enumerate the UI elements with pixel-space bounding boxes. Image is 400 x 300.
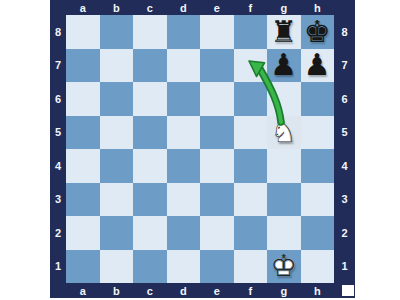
rank-label-8: 8: [50, 15, 66, 49]
square-h1[interactable]: [301, 250, 335, 284]
file-label-h: h: [301, 283, 335, 298]
rank-label-4: 4: [50, 149, 66, 183]
rank-label-7: 7: [50, 49, 66, 83]
rank-label-1: 1: [50, 250, 66, 284]
square-a3[interactable]: [66, 183, 100, 217]
square-c7[interactable]: [133, 49, 167, 83]
file-label-e: e: [200, 0, 234, 15]
square-g4[interactable]: [267, 149, 301, 183]
square-e5[interactable]: [200, 116, 234, 150]
square-g7[interactable]: ♟: [267, 49, 301, 83]
white-king[interactable]: ♚♔: [267, 250, 301, 284]
file-labels-bottom: abcdefgh: [66, 283, 334, 298]
rank-label-4: 4: [334, 149, 355, 183]
file-label-d: d: [167, 283, 201, 298]
file-label-c: c: [133, 283, 167, 298]
square-g3[interactable]: [267, 183, 301, 217]
square-e7[interactable]: [200, 49, 234, 83]
square-d2[interactable]: [167, 216, 201, 250]
file-label-c: c: [133, 0, 167, 15]
square-c3[interactable]: [133, 183, 167, 217]
square-c1[interactable]: [133, 250, 167, 284]
file-label-f: f: [234, 283, 268, 298]
square-d1[interactable]: [167, 250, 201, 284]
white-to-move-indicator: [342, 285, 354, 296]
rank-label-3: 3: [334, 183, 355, 217]
rank-label-6: 6: [334, 82, 355, 116]
square-c8[interactable]: [133, 15, 167, 49]
square-g1[interactable]: ♚♔: [267, 250, 301, 284]
square-a1[interactable]: [66, 250, 100, 284]
square-h8[interactable]: ♚: [301, 15, 335, 49]
file-label-e: e: [200, 283, 234, 298]
square-d3[interactable]: [167, 183, 201, 217]
rank-label-5: 5: [50, 116, 66, 150]
square-h5[interactable]: [301, 116, 335, 150]
file-label-f: f: [234, 0, 268, 15]
square-e4[interactable]: [200, 149, 234, 183]
square-c6[interactable]: [133, 82, 167, 116]
file-label-h: h: [301, 0, 335, 15]
square-d5[interactable]: [167, 116, 201, 150]
square-a2[interactable]: [66, 216, 100, 250]
square-c2[interactable]: [133, 216, 167, 250]
black-pawn[interactable]: ♟: [267, 49, 301, 83]
black-king[interactable]: ♚: [301, 15, 335, 49]
square-f8[interactable]: [234, 15, 268, 49]
square-e6[interactable]: [200, 82, 234, 116]
square-f1[interactable]: [234, 250, 268, 284]
rank-label-7: 7: [334, 49, 355, 83]
square-f5[interactable]: [234, 116, 268, 150]
square-f3[interactable]: [234, 183, 268, 217]
square-g8[interactable]: ♜: [267, 15, 301, 49]
rank-label-8: 8: [334, 15, 355, 49]
rank-label-5: 5: [334, 116, 355, 150]
square-a8[interactable]: [66, 15, 100, 49]
file-label-b: b: [100, 0, 134, 15]
square-a6[interactable]: [66, 82, 100, 116]
square-b5[interactable]: [100, 116, 134, 150]
square-d8[interactable]: [167, 15, 201, 49]
square-a5[interactable]: [66, 116, 100, 150]
black-rook[interactable]: ♜: [267, 15, 301, 49]
rank-label-2: 2: [50, 216, 66, 250]
file-label-d: d: [167, 0, 201, 15]
square-b1[interactable]: [100, 250, 134, 284]
square-h6[interactable]: [301, 82, 335, 116]
file-label-a: a: [66, 283, 100, 298]
square-f2[interactable]: [234, 216, 268, 250]
square-b6[interactable]: [100, 82, 134, 116]
square-h4[interactable]: [301, 149, 335, 183]
white-knight[interactable]: ♞♘: [267, 116, 301, 150]
square-b8[interactable]: [100, 15, 134, 49]
rank-labels-right: 87654321: [334, 15, 355, 283]
rank-label-6: 6: [50, 82, 66, 116]
black-pawn[interactable]: ♟: [301, 49, 335, 83]
square-g5[interactable]: ♞♘: [267, 116, 301, 150]
square-f6[interactable]: [234, 82, 268, 116]
square-b3[interactable]: [100, 183, 134, 217]
square-b2[interactable]: [100, 216, 134, 250]
square-b7[interactable]: [100, 49, 134, 83]
square-g2[interactable]: [267, 216, 301, 250]
square-e3[interactable]: [200, 183, 234, 217]
board-grid: ♜♚♟♟♞♘♚♔: [66, 15, 334, 283]
square-d4[interactable]: [167, 149, 201, 183]
square-a7[interactable]: [66, 49, 100, 83]
square-h3[interactable]: [301, 183, 335, 217]
square-f4[interactable]: [234, 149, 268, 183]
square-e8[interactable]: [200, 15, 234, 49]
file-label-a: a: [66, 0, 100, 15]
square-b4[interactable]: [100, 149, 134, 183]
square-e2[interactable]: [200, 216, 234, 250]
file-label-b: b: [100, 283, 134, 298]
chess-board: abcdefgh abcdefgh 87654321 87654321 ♜♚♟♟…: [50, 0, 355, 298]
square-c5[interactable]: [133, 116, 167, 150]
square-h2[interactable]: [301, 216, 335, 250]
square-h7[interactable]: ♟: [301, 49, 335, 83]
square-d7[interactable]: [167, 49, 201, 83]
file-label-g: g: [267, 0, 301, 15]
square-a4[interactable]: [66, 149, 100, 183]
rank-labels-left: 87654321: [50, 15, 66, 283]
square-f7[interactable]: [234, 49, 268, 83]
file-labels-top: abcdefgh: [66, 0, 334, 15]
square-d6[interactable]: [167, 82, 201, 116]
rank-label-3: 3: [50, 183, 66, 217]
square-g6[interactable]: [267, 82, 301, 116]
file-label-g: g: [267, 283, 301, 298]
square-c4[interactable]: [133, 149, 167, 183]
page: { "game": "chess", "position": { "fen": …: [0, 0, 400, 300]
rank-label-1: 1: [334, 250, 355, 284]
square-e1[interactable]: [200, 250, 234, 284]
rank-label-2: 2: [334, 216, 355, 250]
